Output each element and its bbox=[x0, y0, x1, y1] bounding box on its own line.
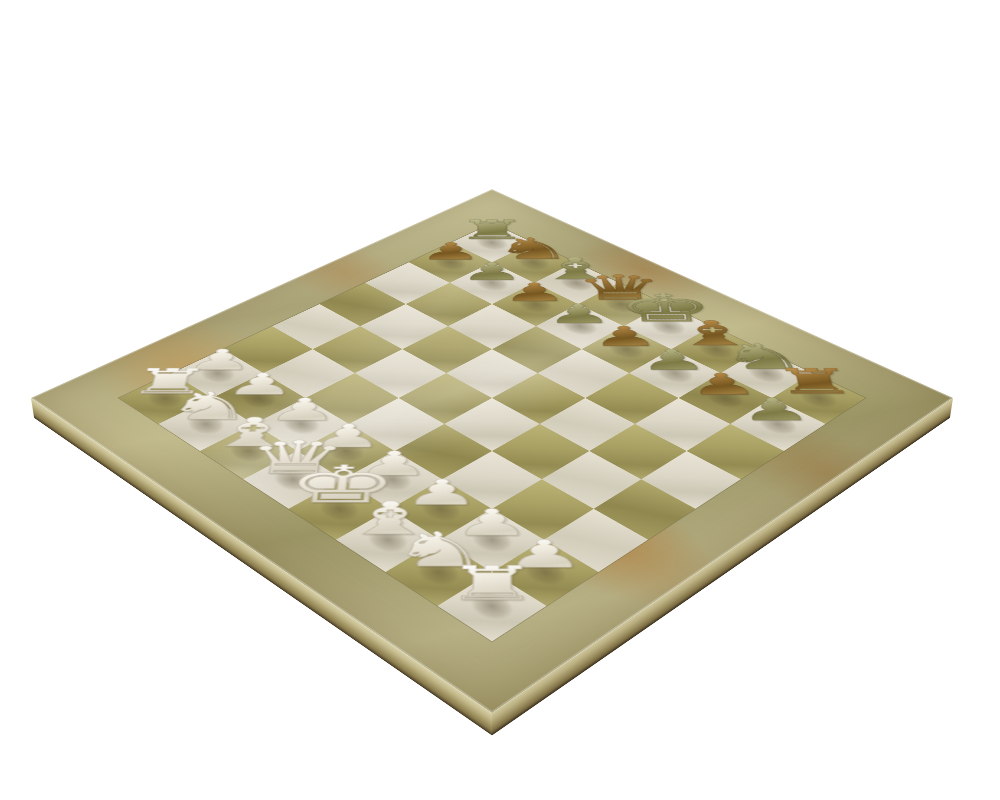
product-photo-scene: ♜♞♝♛♚♝♞♜♟♟♟♟♟♟♟♟♟♟♟♟♟♟♟♟♜♞♝♛♚♝♞♜ bbox=[0, 0, 1000, 800]
